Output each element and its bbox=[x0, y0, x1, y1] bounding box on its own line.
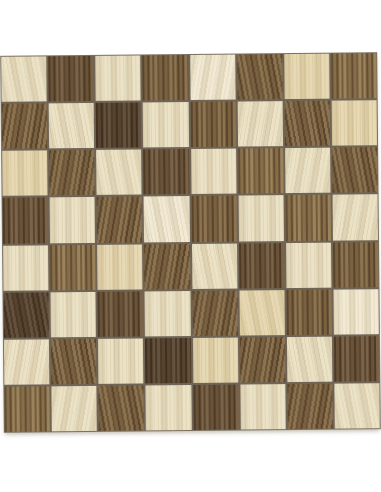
square-f5 bbox=[238, 195, 284, 241]
square-g7 bbox=[284, 101, 330, 147]
square-d8 bbox=[143, 55, 189, 101]
square-f7 bbox=[237, 101, 283, 147]
square-f1 bbox=[240, 384, 286, 430]
board-photo bbox=[0, 52, 381, 433]
square-c1 bbox=[99, 385, 145, 431]
square-a5 bbox=[3, 198, 49, 244]
square-f8 bbox=[237, 54, 283, 100]
square-e1 bbox=[193, 384, 239, 430]
square-g3 bbox=[286, 289, 332, 335]
square-c4 bbox=[97, 244, 143, 290]
square-h3 bbox=[333, 289, 379, 335]
square-c8 bbox=[95, 55, 141, 101]
square-h4 bbox=[333, 242, 379, 288]
square-a2 bbox=[4, 339, 50, 385]
square-d5 bbox=[144, 196, 190, 242]
product-photo-canvas bbox=[0, 0, 381, 492]
square-b4 bbox=[50, 244, 96, 290]
square-a8 bbox=[1, 56, 47, 102]
chessboard bbox=[0, 52, 381, 433]
square-c3 bbox=[98, 291, 144, 337]
square-h1 bbox=[334, 383, 380, 429]
square-b5 bbox=[50, 197, 96, 243]
square-e7 bbox=[190, 102, 236, 148]
square-g8 bbox=[284, 54, 330, 100]
square-e3 bbox=[192, 290, 238, 336]
square-a4 bbox=[3, 245, 49, 291]
square-g5 bbox=[285, 195, 331, 241]
square-h8 bbox=[331, 53, 377, 99]
square-b7 bbox=[49, 103, 95, 149]
square-b6 bbox=[49, 150, 95, 196]
square-d7 bbox=[143, 102, 189, 148]
square-g6 bbox=[285, 148, 331, 194]
square-a3 bbox=[3, 292, 49, 338]
square-d2 bbox=[145, 338, 191, 384]
square-d3 bbox=[145, 291, 191, 337]
square-a6 bbox=[2, 151, 48, 197]
square-e8 bbox=[190, 55, 236, 101]
square-e6 bbox=[191, 149, 237, 195]
square-c2 bbox=[98, 338, 144, 384]
square-f4 bbox=[239, 243, 285, 289]
square-g2 bbox=[287, 336, 333, 382]
square-a7 bbox=[2, 103, 48, 149]
square-e4 bbox=[192, 243, 238, 289]
square-h2 bbox=[334, 336, 380, 382]
square-c6 bbox=[96, 150, 142, 196]
square-b8 bbox=[48, 56, 94, 102]
square-d6 bbox=[143, 149, 189, 195]
square-b3 bbox=[51, 292, 97, 338]
square-b1 bbox=[51, 386, 97, 432]
square-a1 bbox=[4, 386, 50, 432]
square-h7 bbox=[332, 100, 378, 146]
square-d4 bbox=[144, 244, 190, 290]
square-f2 bbox=[240, 337, 286, 383]
square-e2 bbox=[192, 337, 238, 383]
square-g4 bbox=[286, 242, 332, 288]
square-e5 bbox=[191, 196, 237, 242]
square-f6 bbox=[238, 148, 284, 194]
square-d1 bbox=[146, 385, 192, 431]
square-c7 bbox=[96, 103, 142, 149]
square-b2 bbox=[51, 339, 97, 385]
square-h6 bbox=[332, 147, 378, 193]
square-f3 bbox=[239, 290, 285, 336]
square-g1 bbox=[287, 384, 333, 430]
square-c5 bbox=[97, 197, 143, 243]
square-h5 bbox=[332, 195, 378, 241]
